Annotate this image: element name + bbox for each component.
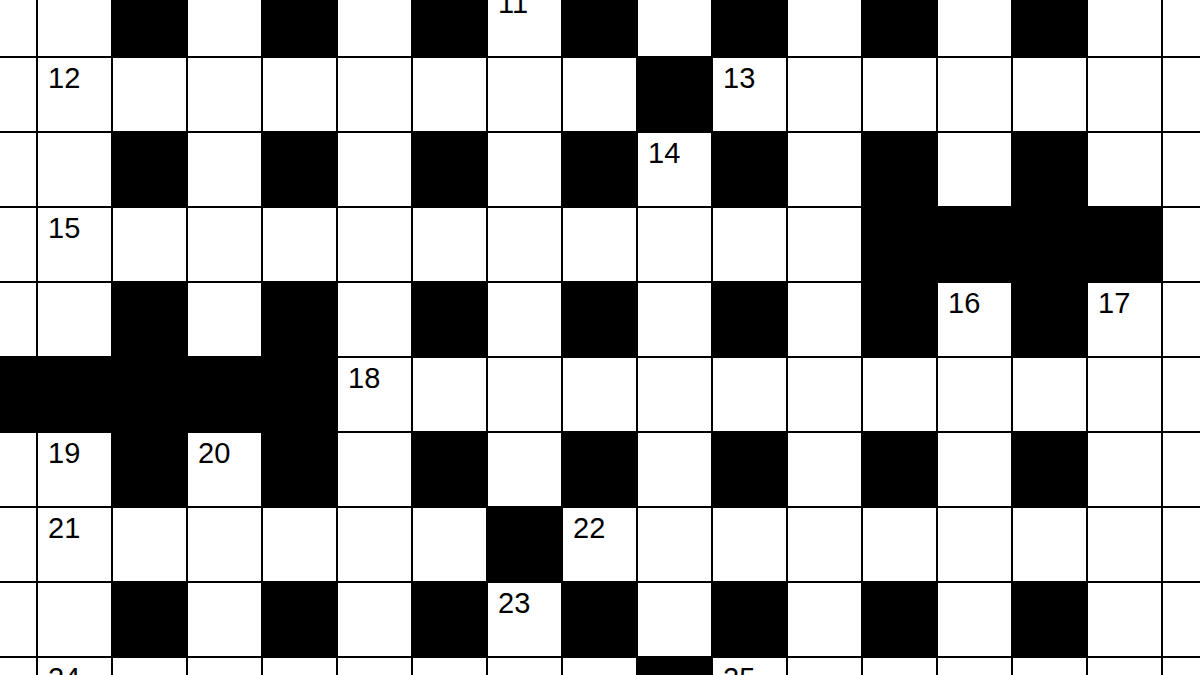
cell-r4-c12 — [862, 282, 937, 357]
cell-r9-c6[interactable] — [412, 657, 487, 675]
cell-r4-c10 — [712, 282, 787, 357]
cell-r1-c10[interactable]: 13 — [712, 57, 787, 132]
cell-r3-c13 — [937, 207, 1012, 282]
cell-r6-c5[interactable] — [337, 432, 412, 507]
cell-r6-c7[interactable] — [487, 432, 562, 507]
cell-r6-c16[interactable] — [1162, 432, 1200, 507]
cell-r4-c2 — [112, 282, 187, 357]
cell-r3-c10[interactable] — [712, 207, 787, 282]
cell-r8-c6 — [412, 582, 487, 657]
cell-r5-c2 — [112, 357, 187, 432]
cell-r9-c1[interactable]: 24 — [37, 657, 112, 675]
cell-r9-c9 — [637, 657, 712, 675]
clue-number: 16 — [948, 289, 980, 318]
clue-number: 23 — [498, 589, 530, 618]
cell-r5-c10[interactable] — [712, 357, 787, 432]
cell-r9-c16[interactable] — [1162, 657, 1200, 675]
clue-number: 19 — [48, 439, 80, 468]
clue-number: 15 — [48, 214, 80, 243]
clue-number: 17 — [1098, 289, 1130, 318]
cell-r3-c16[interactable] — [1162, 207, 1200, 282]
cell-r4-c13[interactable]: 16 — [937, 282, 1012, 357]
cell-r2-c9[interactable]: 14 — [637, 132, 712, 207]
cell-r4-c3[interactable] — [187, 282, 262, 357]
cell-r9-c14[interactable] — [1012, 657, 1087, 675]
cell-r7-c0[interactable] — [0, 507, 37, 582]
clue-number: 21 — [48, 514, 80, 543]
cell-r0-c3[interactable] — [187, 0, 262, 57]
cell-r6-c4 — [262, 432, 337, 507]
cell-r1-c14[interactable] — [1012, 57, 1087, 132]
cell-r0-c10 — [712, 0, 787, 57]
cell-r0-c8 — [562, 0, 637, 57]
cell-r9-c8[interactable] — [562, 657, 637, 675]
cell-r2-c15[interactable] — [1087, 132, 1162, 207]
cell-r9-c5[interactable] — [337, 657, 412, 675]
cell-r3-c14 — [1012, 207, 1087, 282]
cell-r1-c13[interactable] — [937, 57, 1012, 132]
cell-r7-c15[interactable] — [1087, 507, 1162, 582]
cell-r6-c14 — [1012, 432, 1087, 507]
cell-r6-c11[interactable] — [787, 432, 862, 507]
cell-r1-c3[interactable] — [187, 57, 262, 132]
cell-r9-c3[interactable] — [187, 657, 262, 675]
cell-r6-c13[interactable] — [937, 432, 1012, 507]
cell-r6-c0[interactable] — [0, 432, 37, 507]
cell-r1-c0[interactable] — [0, 57, 37, 132]
cell-r0-c12 — [862, 0, 937, 57]
cell-r4-c9[interactable] — [637, 282, 712, 357]
cell-r3-c6[interactable] — [412, 207, 487, 282]
cell-r1-c8[interactable] — [562, 57, 637, 132]
cell-r6-c8 — [562, 432, 637, 507]
cell-r0-c0[interactable] — [0, 0, 37, 57]
cell-r4-c15[interactable]: 17 — [1087, 282, 1162, 357]
cell-r5-c4 — [262, 357, 337, 432]
cell-r4-c4 — [262, 282, 337, 357]
cell-r0-c5[interactable] — [337, 0, 412, 57]
cell-r0-c13[interactable] — [937, 0, 1012, 57]
cell-r3-c4[interactable] — [262, 207, 337, 282]
cell-r8-c13[interactable] — [937, 582, 1012, 657]
cell-r2-c11[interactable] — [787, 132, 862, 207]
cell-r0-c15[interactable] — [1087, 0, 1162, 57]
cell-r5-c0 — [0, 357, 37, 432]
cell-r0-c1[interactable] — [37, 0, 112, 57]
cell-r2-c4 — [262, 132, 337, 207]
cell-r9-c13[interactable] — [937, 657, 1012, 675]
cell-r7-c16[interactable] — [1162, 507, 1200, 582]
cell-r8-c11[interactable] — [787, 582, 862, 657]
cell-r9-c10[interactable]: 25 — [712, 657, 787, 675]
cell-r5-c8[interactable] — [562, 357, 637, 432]
cell-r8-c3[interactable] — [187, 582, 262, 657]
clue-number: 14 — [648, 139, 680, 168]
cell-r7-c8[interactable]: 22 — [562, 507, 637, 582]
cell-r8-c14 — [1012, 582, 1087, 657]
cell-r5-c11[interactable] — [787, 357, 862, 432]
cell-r4-c5[interactable] — [337, 282, 412, 357]
cell-r5-c12[interactable] — [862, 357, 937, 432]
cell-r7-c10[interactable] — [712, 507, 787, 582]
cell-r9-c15[interactable] — [1087, 657, 1162, 675]
clue-number: 11 — [498, 0, 528, 18]
cell-r6-c2 — [112, 432, 187, 507]
clue-number: 12 — [48, 64, 80, 93]
cell-r3-c12 — [862, 207, 937, 282]
cell-r3-c9[interactable] — [637, 207, 712, 282]
cell-r5-c1 — [37, 357, 112, 432]
cell-r2-c2 — [112, 132, 187, 207]
cell-r1-c6[interactable] — [412, 57, 487, 132]
cell-r1-c9 — [637, 57, 712, 132]
cell-r3-c7[interactable] — [487, 207, 562, 282]
cell-r4-c7[interactable] — [487, 282, 562, 357]
cell-r3-c5[interactable] — [337, 207, 412, 282]
cell-r0-c4 — [262, 0, 337, 57]
cell-r5-c15[interactable] — [1087, 357, 1162, 432]
cell-r1-c7[interactable] — [487, 57, 562, 132]
cell-r5-c7[interactable] — [487, 357, 562, 432]
cell-r2-c0[interactable] — [0, 132, 37, 207]
cell-r2-c7[interactable] — [487, 132, 562, 207]
cell-r2-c1[interactable] — [37, 132, 112, 207]
cell-r4-c16[interactable] — [1162, 282, 1200, 357]
cell-r1-c16[interactable] — [1162, 57, 1200, 132]
cell-r3-c11[interactable] — [787, 207, 862, 282]
cell-r2-c16[interactable] — [1162, 132, 1200, 207]
cell-r5-c6[interactable] — [412, 357, 487, 432]
cell-r6-c12 — [862, 432, 937, 507]
cell-r5-c14[interactable] — [1012, 357, 1087, 432]
cell-r6-c10 — [712, 432, 787, 507]
cell-r7-c14[interactable] — [1012, 507, 1087, 582]
clue-number: 25 — [723, 664, 755, 675]
cell-r9-c12[interactable] — [862, 657, 937, 675]
cell-r5-c9[interactable] — [637, 357, 712, 432]
cell-r0-c11[interactable] — [787, 0, 862, 57]
cell-r7-c5[interactable] — [337, 507, 412, 582]
clue-number: 24 — [48, 664, 80, 675]
cell-r5-c16[interactable] — [1162, 357, 1200, 432]
cell-r7-c9[interactable] — [637, 507, 712, 582]
cell-r0-c2 — [112, 0, 187, 57]
cell-r8-c1[interactable] — [37, 582, 112, 657]
cell-r1-c15[interactable] — [1087, 57, 1162, 132]
cell-r0-c7[interactable]: 11 — [487, 0, 562, 57]
cell-r9-c7[interactable] — [487, 657, 562, 675]
cell-r6-c1[interactable]: 19 — [37, 432, 112, 507]
cell-r8-c12 — [862, 582, 937, 657]
crossword-grid: 111213141516171819202122232425 — [0, 0, 1200, 675]
cell-r8-c4 — [262, 582, 337, 657]
cell-r2-c8 — [562, 132, 637, 207]
cell-r3-c3[interactable] — [187, 207, 262, 282]
cell-r2-c5[interactable] — [337, 132, 412, 207]
cell-r3-c15 — [1087, 207, 1162, 282]
cell-r1-c2[interactable] — [112, 57, 187, 132]
cell-r9-c11[interactable] — [787, 657, 862, 675]
cell-r0-c9[interactable] — [637, 0, 712, 57]
cell-r2-c12 — [862, 132, 937, 207]
clue-number: 20 — [198, 439, 230, 468]
cell-r8-c8 — [562, 582, 637, 657]
cell-r8-c10 — [712, 582, 787, 657]
cell-r7-c4[interactable] — [262, 507, 337, 582]
cell-r3-c2[interactable] — [112, 207, 187, 282]
cell-r8-c15[interactable] — [1087, 582, 1162, 657]
cell-r4-c0[interactable] — [0, 282, 37, 357]
cell-r7-c7 — [487, 507, 562, 582]
cell-r7-c6[interactable] — [412, 507, 487, 582]
cell-r8-c2 — [112, 582, 187, 657]
cell-r1-c11[interactable] — [787, 57, 862, 132]
cell-r3-c1[interactable]: 15 — [37, 207, 112, 282]
clue-number: 13 — [723, 64, 755, 93]
cell-r6-c15[interactable] — [1087, 432, 1162, 507]
cell-r6-c9[interactable] — [637, 432, 712, 507]
clue-number: 18 — [348, 364, 380, 393]
cell-r4-c1[interactable] — [37, 282, 112, 357]
cell-r8-c0[interactable] — [0, 582, 37, 657]
cell-r5-c13[interactable] — [937, 357, 1012, 432]
cell-r2-c14 — [1012, 132, 1087, 207]
cell-r6-c3[interactable]: 20 — [187, 432, 262, 507]
cell-r1-c4[interactable] — [262, 57, 337, 132]
cell-r6-c6 — [412, 432, 487, 507]
crossword-screenshot: 111213141516171819202122232425 — [0, 0, 1200, 675]
cell-r8-c9[interactable] — [637, 582, 712, 657]
clue-number: 22 — [573, 514, 605, 543]
cell-r4-c8 — [562, 282, 637, 357]
cell-r5-c3 — [187, 357, 262, 432]
cell-r5-c5[interactable]: 18 — [337, 357, 412, 432]
cell-r7-c12[interactable] — [862, 507, 937, 582]
cell-r0-c14 — [1012, 0, 1087, 57]
cell-r4-c11[interactable] — [787, 282, 862, 357]
cell-r8-c16[interactable] — [1162, 582, 1200, 657]
cell-r2-c6 — [412, 132, 487, 207]
cell-r7-c2[interactable] — [112, 507, 187, 582]
cell-r2-c3[interactable] — [187, 132, 262, 207]
cell-r8-c5[interactable] — [337, 582, 412, 657]
cell-r7-c13[interactable] — [937, 507, 1012, 582]
cell-r4-c14 — [1012, 282, 1087, 357]
cell-r8-c7[interactable]: 23 — [487, 582, 562, 657]
cell-r3-c8[interactable] — [562, 207, 637, 282]
cell-r2-c10 — [712, 132, 787, 207]
cell-r2-c13[interactable] — [937, 132, 1012, 207]
cell-r7-c3[interactable] — [187, 507, 262, 582]
cell-r9-c4[interactable] — [262, 657, 337, 675]
cell-r0-c16[interactable] — [1162, 0, 1200, 57]
cell-r4-c6 — [412, 282, 487, 357]
cell-r0-c6 — [412, 0, 487, 57]
cell-r1-c1[interactable]: 12 — [37, 57, 112, 132]
cell-r9-c0[interactable] — [0, 657, 37, 675]
cell-r9-c2[interactable] — [112, 657, 187, 675]
cell-r7-c11[interactable] — [787, 507, 862, 582]
cell-r1-c5[interactable] — [337, 57, 412, 132]
cell-r3-c0[interactable] — [0, 207, 37, 282]
cell-r7-c1[interactable]: 21 — [37, 507, 112, 582]
cell-r1-c12[interactable] — [862, 57, 937, 132]
